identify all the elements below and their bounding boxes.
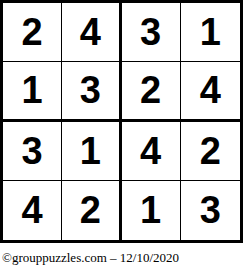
sudoku-cell-r2c1[interactable]: 1 — [3, 62, 62, 121]
sudoku-cell-r1c4[interactable]: 1 — [181, 3, 240, 62]
sudoku-cell-r4c1[interactable]: 4 — [3, 181, 62, 240]
sudoku-cell-r2c2[interactable]: 3 — [62, 62, 121, 121]
sudoku-cell-r1c2[interactable]: 4 — [62, 3, 121, 62]
sudoku-cell-r4c4[interactable]: 3 — [181, 181, 240, 240]
sudoku-cell-r1c3[interactable]: 3 — [122, 3, 181, 62]
sudoku-cell-r1c1[interactable]: 2 — [3, 3, 62, 62]
sudoku-cell-r4c3[interactable]: 1 — [122, 181, 181, 240]
sudoku-cell-r2c4[interactable]: 4 — [181, 62, 240, 121]
sudoku-cell-r3c3[interactable]: 4 — [122, 122, 181, 181]
puzzle-page: 2 4 3 1 1 3 2 4 3 1 4 2 4 2 1 3 ©grouppu… — [0, 0, 247, 269]
sudoku-cell-r3c1[interactable]: 3 — [3, 122, 62, 181]
sudoku-board: 2 4 3 1 1 3 2 4 3 1 4 2 4 2 1 3 — [0, 0, 243, 243]
sudoku-cell-r2c3[interactable]: 2 — [122, 62, 181, 121]
sudoku-cell-r3c2[interactable]: 1 — [62, 122, 121, 181]
sudoku-cell-r3c4[interactable]: 2 — [181, 122, 240, 181]
sudoku-cell-r4c2[interactable]: 2 — [62, 181, 121, 240]
copyright-caption: ©grouppuzzles.com – 12/10/2020 — [2, 250, 179, 266]
